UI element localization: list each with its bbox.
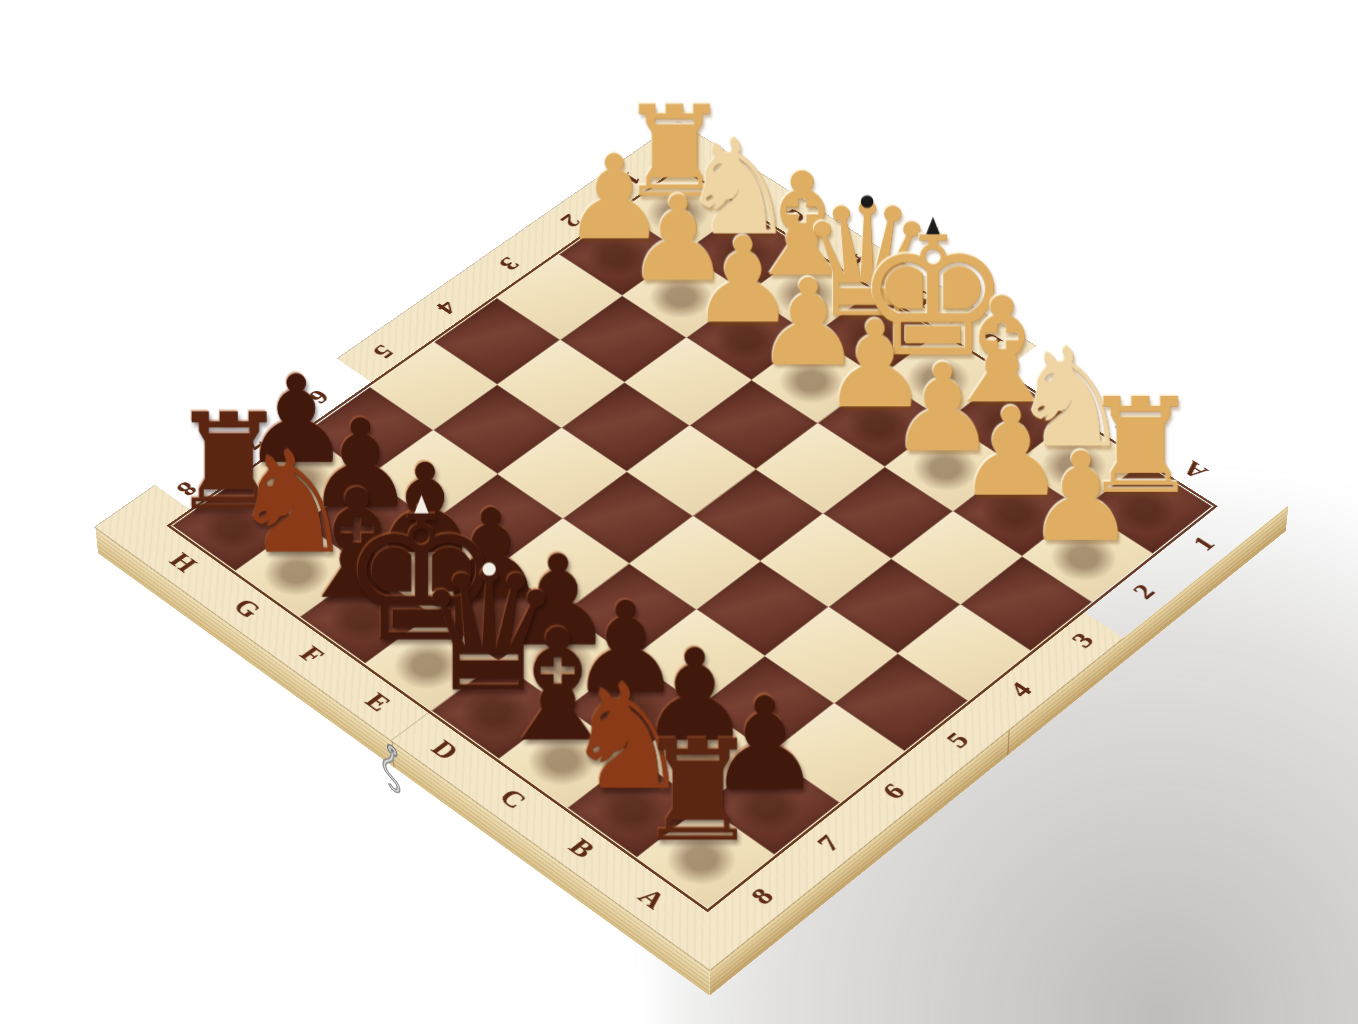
pawn-glyph: ♟ [1026,436,1136,559]
queen-finial-ball [482,562,495,575]
photo-stage: HGFEDCBA HGFEDCBA 12345678 12345678 ♜♞♟♝… [0,0,1358,1024]
rook-glyph: ♜ [635,721,760,861]
king-finial-cone [926,217,940,235]
black-rook-a8[interactable]: ♜ [592,721,804,861]
box-half-seam [1007,729,1010,755]
king-finial-cone [414,495,428,513]
white-pawn-a2[interactable]: ♟ [980,436,1182,559]
